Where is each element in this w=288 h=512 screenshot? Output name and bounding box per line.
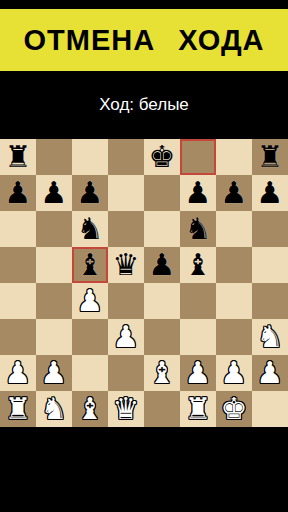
piece-black-knight[interactable]: ♞ [77,211,104,247]
square-e1[interactable] [144,391,180,427]
square-a6[interactable] [0,211,36,247]
undo-move-button[interactable]: ОТМЕНА ХОДА [0,9,288,71]
square-h3[interactable]: ♞ [252,319,288,355]
piece-white-knight[interactable]: ♞ [41,391,68,427]
square-c5[interactable]: ♝ [72,247,108,283]
square-c6[interactable]: ♞ [72,211,108,247]
square-e3[interactable] [144,319,180,355]
square-h7[interactable]: ♟ [252,175,288,211]
square-f7[interactable]: ♟ [180,175,216,211]
piece-white-queen[interactable]: ♛ [113,391,140,427]
square-b1[interactable]: ♞ [36,391,72,427]
piece-white-king[interactable]: ♚ [221,391,248,427]
piece-black-pawn[interactable]: ♟ [149,247,176,283]
app-screen: ОТМЕНА ХОДА Ход: белые ♜♚♜♟♟♟♟♟♟♞♞♝♛♟♝♟♟… [0,0,288,512]
square-d8[interactable] [108,139,144,175]
square-b2[interactable]: ♟ [36,355,72,391]
piece-white-pawn[interactable]: ♟ [113,319,140,355]
square-f3[interactable] [180,319,216,355]
square-b8[interactable] [36,139,72,175]
piece-black-rook[interactable]: ♜ [257,139,284,175]
chess-board: ♜♚♜♟♟♟♟♟♟♞♞♝♛♟♝♟♟♞♟♟♝♟♟♟♜♞♝♛♜♚ [0,139,288,427]
square-c3[interactable] [72,319,108,355]
square-d1[interactable]: ♛ [108,391,144,427]
square-a5[interactable] [0,247,36,283]
piece-black-queen[interactable]: ♛ [113,247,140,283]
piece-white-pawn[interactable]: ♟ [5,355,32,391]
square-g7[interactable]: ♟ [216,175,252,211]
square-e5[interactable]: ♟ [144,247,180,283]
piece-white-bishop[interactable]: ♝ [77,391,104,427]
square-e7[interactable] [144,175,180,211]
square-f4[interactable] [180,283,216,319]
square-b3[interactable] [36,319,72,355]
square-a8[interactable]: ♜ [0,139,36,175]
square-a1[interactable]: ♜ [0,391,36,427]
square-h5[interactable] [252,247,288,283]
square-h4[interactable] [252,283,288,319]
square-g8[interactable] [216,139,252,175]
square-b4[interactable] [36,283,72,319]
square-e2[interactable]: ♝ [144,355,180,391]
turn-status-text: Ход: белые [99,95,189,115]
square-c2[interactable] [72,355,108,391]
square-e4[interactable] [144,283,180,319]
square-h8[interactable]: ♜ [252,139,288,175]
piece-white-pawn[interactable]: ♟ [41,355,68,391]
square-f8[interactable] [180,139,216,175]
piece-white-pawn[interactable]: ♟ [257,355,284,391]
piece-white-pawn[interactable]: ♟ [221,355,248,391]
square-g3[interactable] [216,319,252,355]
square-h1[interactable] [252,391,288,427]
piece-white-pawn[interactable]: ♟ [185,355,212,391]
square-h2[interactable]: ♟ [252,355,288,391]
square-h6[interactable] [252,211,288,247]
turn-status: Ход: белые [0,71,288,139]
piece-black-rook[interactable]: ♜ [5,139,32,175]
square-f1[interactable]: ♜ [180,391,216,427]
square-d3[interactable]: ♟ [108,319,144,355]
square-g2[interactable]: ♟ [216,355,252,391]
square-a3[interactable] [0,319,36,355]
square-f2[interactable]: ♟ [180,355,216,391]
square-c8[interactable] [72,139,108,175]
square-e6[interactable] [144,211,180,247]
piece-white-bishop[interactable]: ♝ [149,355,176,391]
square-d2[interactable] [108,355,144,391]
square-d7[interactable] [108,175,144,211]
piece-black-pawn[interactable]: ♟ [77,175,104,211]
bottom-area [0,427,288,512]
piece-black-pawn[interactable]: ♟ [221,175,248,211]
piece-black-bishop[interactable]: ♝ [185,247,212,283]
square-c1[interactable]: ♝ [72,391,108,427]
square-b5[interactable] [36,247,72,283]
square-a7[interactable]: ♟ [0,175,36,211]
piece-black-pawn[interactable]: ♟ [185,175,212,211]
square-f6[interactable]: ♞ [180,211,216,247]
piece-white-rook[interactable]: ♜ [5,391,32,427]
piece-black-king[interactable]: ♚ [149,139,176,175]
square-g4[interactable] [216,283,252,319]
piece-black-knight[interactable]: ♞ [185,211,212,247]
piece-black-bishop[interactable]: ♝ [77,247,104,283]
square-d5[interactable]: ♛ [108,247,144,283]
square-d4[interactable] [108,283,144,319]
piece-black-pawn[interactable]: ♟ [5,175,32,211]
piece-white-rook[interactable]: ♜ [185,391,212,427]
square-g5[interactable] [216,247,252,283]
square-g6[interactable] [216,211,252,247]
square-a2[interactable]: ♟ [0,355,36,391]
piece-black-pawn[interactable]: ♟ [257,175,284,211]
square-e8[interactable]: ♚ [144,139,180,175]
piece-white-pawn[interactable]: ♟ [77,283,104,319]
piece-black-pawn[interactable]: ♟ [41,175,68,211]
top-strip [0,0,288,9]
square-c4[interactable]: ♟ [72,283,108,319]
square-d6[interactable] [108,211,144,247]
square-f5[interactable]: ♝ [180,247,216,283]
square-b6[interactable] [36,211,72,247]
square-b7[interactable]: ♟ [36,175,72,211]
square-a4[interactable] [0,283,36,319]
square-g1[interactable]: ♚ [216,391,252,427]
piece-white-knight[interactable]: ♞ [257,319,284,355]
square-c7[interactable]: ♟ [72,175,108,211]
